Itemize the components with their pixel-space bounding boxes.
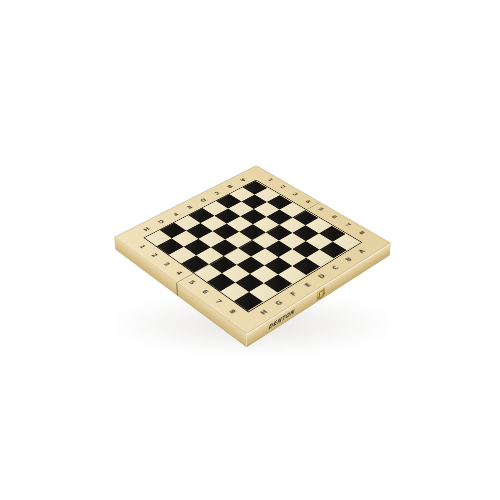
fold-seam-edge: [176, 283, 178, 297]
product-photo: DENTON HGFEDCBAHGFEDCBA1234567812345678 …: [0, 0, 500, 500]
clasp-latch: [317, 287, 325, 299]
light-rook-h8: ♜: [237, 257, 262, 304]
dark-pawn-h2: ♟: [161, 209, 182, 249]
